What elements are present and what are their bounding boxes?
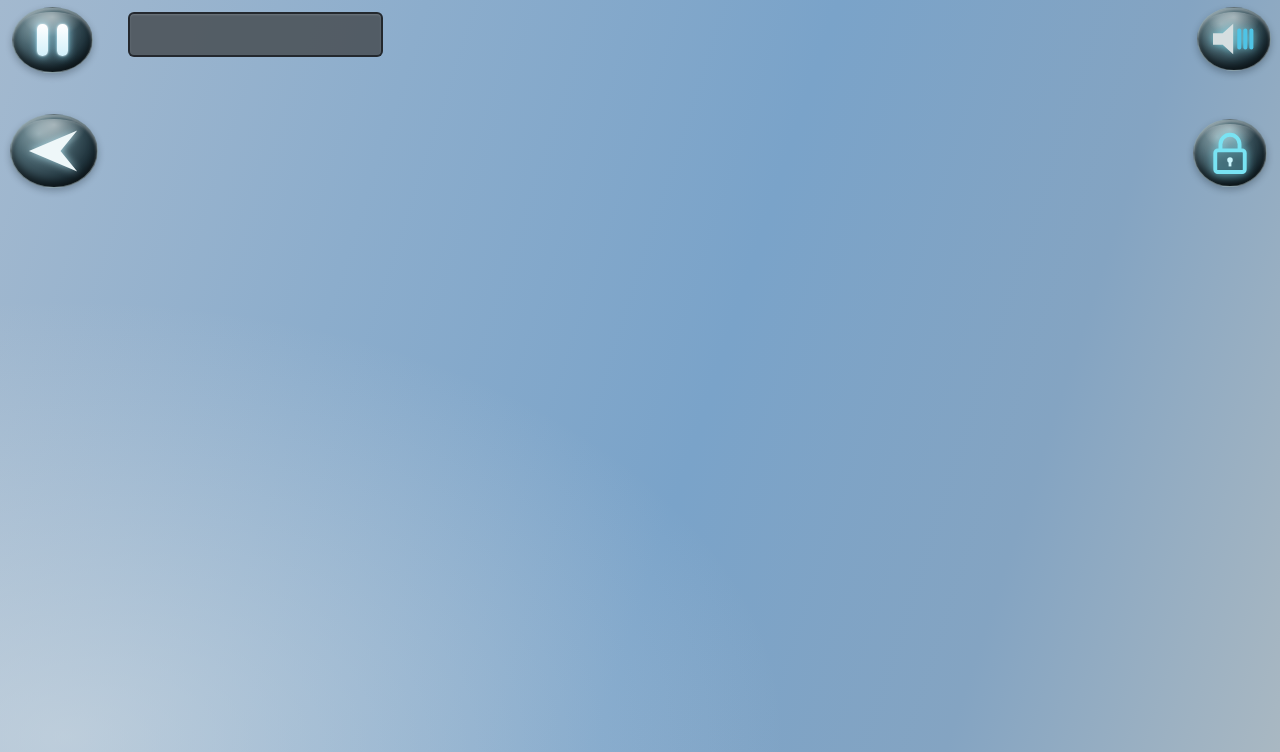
lock-button[interactable]: [1193, 119, 1267, 187]
pause-icon: [57, 24, 68, 56]
back-arrow-icon: [23, 125, 85, 177]
chess-board[interactable]: [0, 0, 1280, 752]
volume-button[interactable]: [1197, 7, 1271, 71]
move-status-panel: [128, 12, 383, 57]
pause-button[interactable]: [12, 7, 93, 73]
game-screen: [0, 0, 1280, 752]
pause-icon: [37, 24, 48, 56]
lock-icon: [1204, 127, 1256, 179]
back-button[interactable]: [10, 114, 98, 188]
speaker-sound-bars-icon: [1208, 18, 1260, 60]
